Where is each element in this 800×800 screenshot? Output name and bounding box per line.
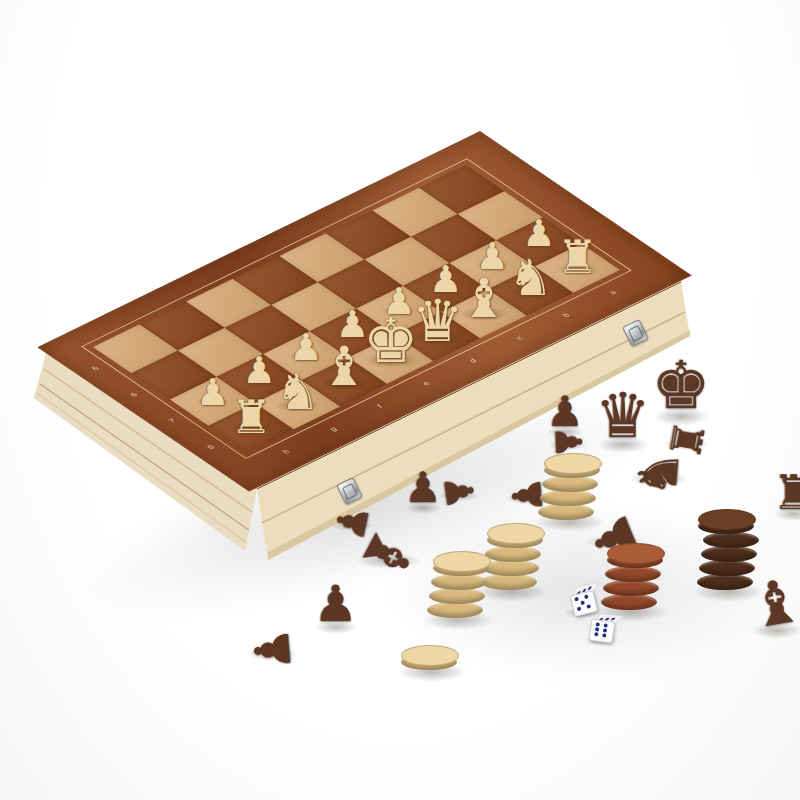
light-checker-disc[interactable] — [429, 588, 485, 604]
file-label-e: e — [421, 380, 432, 387]
product-photo-scene: 5678hgfedcba ♜♞♝♛♚♝♞♜♟♟♟♟♟♟♟♟ ♟♟♝♟♟♟♟♟♟♛… — [0, 0, 800, 800]
dark-pawn-lying-0[interactable]: ♟ — [246, 626, 298, 673]
dark-checker-disc[interactable] — [703, 532, 759, 548]
rank-label-7: 7 — [167, 417, 178, 424]
light-checker-disc[interactable] — [538, 504, 594, 520]
dark-king-standing-10[interactable]: ♚ — [651, 353, 710, 419]
dark-checker-disc[interactable] — [701, 546, 757, 562]
light-pawn-h7[interactable]: ♟ — [196, 375, 229, 412]
light-knight-g8[interactable]: ♞ — [275, 367, 320, 417]
rank-label-5: 5 — [90, 365, 101, 372]
light-king-e8[interactable]: ♚ — [363, 311, 419, 373]
light-pawn-g7[interactable]: ♟ — [243, 352, 276, 389]
file-label-a: a — [607, 289, 618, 296]
file-label-g: g — [328, 426, 339, 433]
light-checker-disc[interactable] — [542, 476, 598, 492]
red-checker-disc[interactable] — [605, 566, 661, 582]
light-bishop-f8[interactable]: ♝ — [320, 340, 368, 394]
file-label-f: f — [375, 403, 384, 409]
light-checker-disc[interactable] — [431, 574, 487, 590]
dark-checker-disc-top — [698, 509, 756, 530]
light-checker-disc-top — [433, 551, 491, 572]
light-checker-disc[interactable] — [485, 546, 541, 562]
die-front-face — [588, 618, 615, 643]
file-label-h: h — [281, 448, 292, 455]
light-rook-a8[interactable]: ♜ — [557, 234, 598, 280]
light-queen-d8[interactable]: ♛ — [411, 291, 463, 349]
dark-pawn-lying-5[interactable]: ♟ — [438, 473, 480, 512]
rank-label-8: 8 — [205, 444, 216, 451]
dark-rook-standing-15[interactable]: ♜ — [772, 468, 800, 516]
light-checker-disc[interactable] — [481, 574, 537, 590]
light-rook-h8[interactable]: ♜ — [230, 393, 271, 439]
light-checker-disc[interactable] — [483, 560, 539, 576]
light-checker-disc[interactable] — [427, 602, 483, 618]
light-checker-disc-top — [487, 523, 545, 544]
light-knight-b8[interactable]: ♞ — [508, 253, 553, 303]
dark-bishop-standing-14[interactable]: ♝ — [744, 569, 800, 637]
light-checker-disc-top — [544, 453, 602, 474]
die-2[interactable] — [590, 612, 615, 635]
light-checker-disc[interactable] — [540, 490, 596, 506]
dark-knight-lying-11[interactable]: ♞ — [630, 447, 688, 500]
file-label-d: d — [467, 357, 478, 364]
file-label-c: c — [514, 335, 525, 342]
light-bishop-c8[interactable]: ♝ — [460, 272, 508, 326]
red-checker-disc[interactable] — [603, 580, 659, 596]
rank-label-6: 6 — [128, 391, 139, 398]
light-pawn-a7[interactable]: ♟ — [522, 215, 555, 252]
dark-queen-standing-9[interactable]: ♛ — [595, 385, 651, 447]
light-checker-disc-top — [401, 645, 459, 666]
dark-pawn-standing-4[interactable]: ♟ — [404, 467, 442, 509]
die-1[interactable] — [568, 584, 594, 609]
red-checker-disc-top — [607, 543, 665, 564]
file-label-b: b — [561, 312, 572, 319]
red-checker-disc[interactable] — [601, 594, 657, 610]
dark-pawn-standing-1[interactable]: ♟ — [314, 579, 359, 629]
light-pawn-f7[interactable]: ♟ — [289, 329, 322, 366]
